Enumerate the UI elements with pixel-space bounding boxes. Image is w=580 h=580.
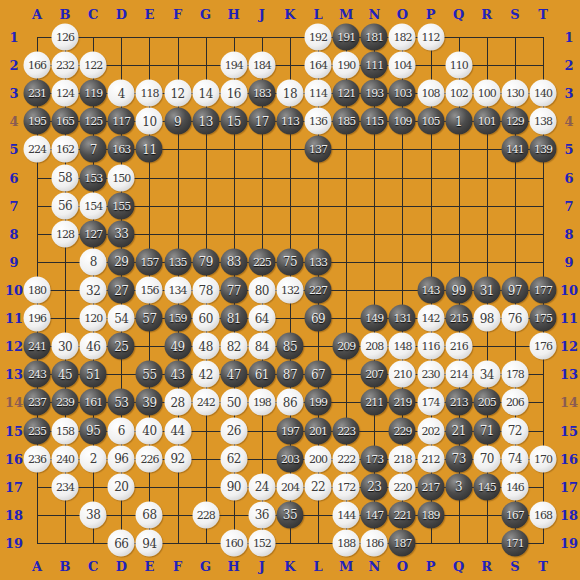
stone-move-number: 153 [84,172,102,183]
stone-move-number: 23 [367,481,381,493]
column-label-bottom-B: B [60,559,71,574]
stone-move-number: 218 [393,453,411,464]
stone-white-F10: 134 [164,277,191,304]
row-label-left-9: 9 [9,254,18,269]
stone-move-number: 86 [283,396,297,408]
stone-white-R11: 98 [473,305,500,332]
stone-move-number: 35 [283,509,297,521]
stone-black-N14: 211 [361,389,388,416]
stone-black-F13: 43 [164,361,191,388]
row-label-left-7: 7 [9,198,18,213]
stone-move-number: 110 [450,60,468,71]
stone-white-C12: 46 [80,333,107,360]
stone-move-number: 207 [365,369,383,380]
row-label-left-8: 8 [9,226,18,241]
stone-black-B4: 165 [52,108,79,135]
stone-white-P14: 174 [417,389,444,416]
column-label-top-L: L [314,7,323,22]
stone-move-number: 79 [199,256,213,268]
stone-black-D14: 53 [108,389,135,416]
stone-black-C14: 161 [80,389,107,416]
stone-move-number: 70 [480,453,494,465]
stone-move-number: 170 [534,453,552,464]
stone-white-D17: 20 [108,473,135,500]
stone-black-J13: 61 [248,361,275,388]
stone-move-number: 111 [365,60,383,71]
stone-black-L11: 69 [305,305,332,332]
stone-white-T16: 170 [530,445,557,472]
stone-black-Q4: 1 [445,108,472,135]
stone-white-D15: 6 [108,417,135,444]
stone-move-number: 102 [450,88,468,99]
stone-white-G11: 60 [192,305,219,332]
stone-black-C5: 7 [80,136,107,163]
row-label-right-13: 13 [560,367,578,382]
stone-move-number: 223 [337,425,355,436]
row-label-right-17: 17 [560,479,578,494]
column-label-top-N: N [368,7,380,22]
stone-move-number: 87 [283,368,297,380]
stone-white-R3: 100 [473,80,500,107]
stone-black-C8: 127 [80,220,107,247]
column-label-top-B: B [60,7,71,22]
stone-black-Q17: 3 [445,473,472,500]
stone-white-M18: 144 [333,501,360,528]
stone-move-number: 22 [311,481,325,493]
stone-white-G3: 14 [192,80,219,107]
stone-white-N19: 186 [361,530,388,557]
stone-black-P18: 189 [417,501,444,528]
stone-move-number: 85 [283,340,297,352]
stone-white-J18: 36 [248,501,275,528]
stone-move-number: 54 [114,312,128,324]
stone-move-number: 25 [114,340,128,352]
stone-move-number: 74 [508,453,522,465]
stone-white-R13: 34 [473,361,500,388]
stone-black-E9: 157 [136,248,163,275]
stone-black-E11: 57 [136,305,163,332]
stone-move-number: 92 [170,453,184,465]
stone-white-L17: 22 [305,473,332,500]
column-label-bottom-O: O [397,559,408,574]
stone-white-J17: 24 [248,473,275,500]
stone-move-number: 220 [393,481,411,492]
stone-move-number: 209 [337,341,355,352]
stone-move-number: 58 [58,172,72,184]
column-label-bottom-G: G [200,559,211,574]
column-label-bottom-H: H [228,559,240,574]
stone-white-O17: 220 [389,473,416,500]
row-label-right-19: 19 [560,536,578,551]
stone-move-number: 103 [393,88,411,99]
stone-black-N2: 111 [361,52,388,79]
stone-white-L16: 200 [305,445,332,472]
stone-black-Q15: 21 [445,417,472,444]
stone-move-number: 136 [309,116,327,127]
stone-move-number: 214 [450,369,468,380]
stone-white-Q2: 110 [445,52,472,79]
stone-black-K9: 75 [277,248,304,275]
row-label-left-1: 1 [9,30,18,45]
stone-black-P17: 217 [417,473,444,500]
stone-move-number: 154 [84,200,102,211]
row-label-right-16: 16 [560,451,578,466]
stone-white-H14: 50 [220,389,247,416]
stone-black-L13: 67 [305,361,332,388]
stone-black-S19: 171 [501,530,528,557]
stone-white-T18: 168 [530,501,557,528]
stone-white-Q3: 102 [445,80,472,107]
stone-white-F14: 28 [164,389,191,416]
stone-move-number: 235 [28,425,46,436]
stone-black-C3: 119 [80,80,107,107]
column-label-bottom-K: K [284,559,295,574]
stone-white-E15: 40 [136,417,163,444]
stone-white-P16: 212 [417,445,444,472]
column-label-top-P: P [426,7,436,22]
stone-move-number: 60 [199,312,213,324]
stone-white-G14: 242 [192,389,219,416]
stone-move-number: 30 [58,340,72,352]
row-label-left-14: 14 [5,395,23,410]
stone-move-number: 221 [393,509,411,520]
stone-white-O1: 182 [389,24,416,51]
stone-white-T4: 138 [530,108,557,135]
row-label-right-4: 4 [564,114,573,129]
stone-black-A14: 237 [24,389,51,416]
stone-move-number: 1 [455,115,462,127]
stone-move-number: 224 [28,144,46,155]
stone-move-number: 8 [90,256,97,268]
stone-white-B17: 234 [52,473,79,500]
stone-black-J4: 17 [248,108,275,135]
stone-move-number: 109 [393,116,411,127]
stone-black-C13: 51 [80,361,107,388]
row-label-right-18: 18 [560,507,578,522]
stone-black-N4: 115 [361,108,388,135]
stone-white-O12: 148 [389,333,416,360]
column-label-bottom-Q: Q [453,559,464,574]
stone-move-number: 108 [422,88,440,99]
stone-black-M1: 191 [333,24,360,51]
stone-move-number: 97 [508,284,522,296]
stone-move-number: 159 [169,313,187,324]
stone-move-number: 49 [170,340,184,352]
stone-white-J12: 84 [248,333,275,360]
stone-black-Q14: 213 [445,389,472,416]
stone-move-number: 206 [506,397,524,408]
stone-move-number: 184 [253,60,271,71]
stone-white-T12: 176 [530,333,557,360]
stone-move-number: 18 [283,87,297,99]
stone-move-number: 196 [28,313,46,324]
stone-black-E13: 55 [136,361,163,388]
stone-black-A4: 195 [24,108,51,135]
stone-move-number: 69 [311,312,325,324]
stone-move-number: 217 [422,481,440,492]
stone-white-J2: 184 [248,52,275,79]
stone-move-number: 94 [142,537,156,549]
stone-move-number: 15 [227,115,241,127]
stone-move-number: 199 [309,397,327,408]
stone-move-number: 132 [281,285,299,296]
stone-black-G4: 13 [192,108,219,135]
stone-move-number: 241 [28,341,46,352]
stone-black-K12: 85 [277,333,304,360]
stone-move-number: 80 [255,284,269,296]
stone-move-number: 57 [142,312,156,324]
stone-white-P1: 112 [417,24,444,51]
stone-white-M16: 222 [333,445,360,472]
stone-white-A5: 224 [24,136,51,163]
column-label-bottom-N: N [368,559,380,574]
row-label-right-10: 10 [560,283,578,298]
row-label-right-5: 5 [564,142,573,157]
stone-move-number: 100 [478,88,496,99]
stone-black-D9: 29 [108,248,135,275]
stone-move-number: 122 [84,60,102,71]
stone-white-D16: 96 [108,445,135,472]
stone-white-L3: 114 [305,80,332,107]
stone-black-O18: 221 [389,501,416,528]
row-label-right-3: 3 [564,86,573,101]
stone-white-M2: 190 [333,52,360,79]
stone-black-N13: 207 [361,361,388,388]
stone-black-A3: 231 [24,80,51,107]
stone-white-E4: 10 [136,108,163,135]
stone-move-number: 32 [86,284,100,296]
stone-black-H11: 81 [220,305,247,332]
stone-white-S15: 72 [501,417,528,444]
row-label-left-15: 15 [5,423,23,438]
stone-white-S13: 178 [501,361,528,388]
stone-white-Q13: 214 [445,361,472,388]
stone-white-B6: 58 [52,164,79,191]
stone-black-B13: 45 [52,361,79,388]
row-label-left-18: 18 [5,507,23,522]
stone-move-number: 226 [140,453,158,464]
stone-black-N11: 149 [361,305,388,332]
stone-move-number: 203 [281,453,299,464]
row-label-left-6: 6 [9,170,18,185]
stone-move-number: 202 [422,425,440,436]
stone-white-O16: 218 [389,445,416,472]
stone-white-S3: 130 [501,80,528,107]
stone-black-P4: 105 [417,108,444,135]
stone-move-number: 118 [140,88,158,99]
stone-move-number: 152 [253,538,271,549]
stone-move-number: 78 [199,284,213,296]
stone-move-number: 162 [56,144,74,155]
row-label-right-7: 7 [564,198,573,213]
stone-white-K17: 204 [277,473,304,500]
stone-white-J14: 198 [248,389,275,416]
stone-move-number: 117 [112,116,130,127]
stone-white-A2: 166 [24,52,51,79]
column-label-top-G: G [200,7,211,22]
stone-move-number: 116 [422,341,440,352]
stone-white-K14: 86 [277,389,304,416]
stone-move-number: 198 [253,397,271,408]
stone-move-number: 200 [309,453,327,464]
stone-black-R4: 101 [473,108,500,135]
stone-move-number: 125 [84,116,102,127]
stone-black-F4: 9 [164,108,191,135]
stone-move-number: 10 [142,115,156,127]
stone-move-number: 76 [508,312,522,324]
stone-move-number: 197 [281,425,299,436]
stone-move-number: 219 [393,397,411,408]
stone-move-number: 101 [478,116,496,127]
stone-move-number: 61 [255,368,269,380]
stone-move-number: 145 [478,481,496,492]
stone-move-number: 72 [508,425,522,437]
column-label-bottom-F: F [173,559,182,574]
stone-white-E10: 156 [136,277,163,304]
stone-white-B2: 232 [52,52,79,79]
stone-white-C10: 32 [80,277,107,304]
stone-white-B16: 240 [52,445,79,472]
stone-white-F15: 44 [164,417,191,444]
stone-move-number: 96 [114,453,128,465]
row-label-left-3: 3 [9,86,18,101]
stone-black-T5: 139 [530,136,557,163]
stone-move-number: 178 [506,369,524,380]
stone-move-number: 68 [142,509,156,521]
stone-move-number: 140 [534,88,552,99]
stone-move-number: 142 [422,313,440,324]
row-label-right-1: 1 [564,30,573,45]
stone-black-D8: 33 [108,220,135,247]
column-label-bottom-M: M [339,559,353,574]
stone-white-H2: 194 [220,52,247,79]
stone-move-number: 16 [227,87,241,99]
stone-move-number: 134 [169,285,187,296]
stone-move-number: 3 [455,481,462,493]
stone-move-number: 240 [56,453,74,464]
row-label-left-19: 19 [5,536,23,551]
row-label-right-2: 2 [564,58,573,73]
row-label-left-11: 11 [5,311,23,326]
stone-move-number: 208 [365,341,383,352]
stone-black-T10: 177 [530,277,557,304]
stone-move-number: 7 [90,143,97,155]
go-board[interactable]: AABBCCDDEEFFGGHHJJKKLLMMNNOOPPQQRRSSTT11… [0,0,580,580]
stone-black-R17: 145 [473,473,500,500]
stone-move-number: 139 [534,144,552,155]
stone-move-number: 191 [337,32,355,43]
stone-black-O11: 131 [389,305,416,332]
stone-white-C11: 120 [80,305,107,332]
stone-white-G10: 78 [192,277,219,304]
stone-white-T3: 140 [530,80,557,107]
row-label-right-15: 15 [560,423,578,438]
stone-move-number: 82 [227,340,241,352]
stone-move-number: 9 [174,115,181,127]
stone-move-number: 215 [450,313,468,324]
stone-black-P10: 143 [417,277,444,304]
stone-black-F12: 49 [164,333,191,360]
stone-move-number: 29 [114,256,128,268]
stone-move-number: 46 [86,340,100,352]
stone-move-number: 166 [28,60,46,71]
stone-move-number: 138 [534,116,552,127]
column-label-top-F: F [173,7,182,22]
stone-black-S4: 129 [501,108,528,135]
stone-black-L9: 133 [305,248,332,275]
stone-move-number: 36 [255,509,269,521]
stone-white-B7: 56 [52,192,79,219]
stone-black-N1: 181 [361,24,388,51]
stone-move-number: 164 [309,60,327,71]
stone-black-H9: 83 [220,248,247,275]
stone-move-number: 160 [225,538,243,549]
stone-move-number: 66 [114,537,128,549]
stone-white-O2: 104 [389,52,416,79]
stone-move-number: 147 [365,509,383,520]
stone-move-number: 51 [86,368,100,380]
stone-move-number: 113 [281,116,299,127]
stone-white-H15: 26 [220,417,247,444]
stone-move-number: 105 [422,116,440,127]
stone-white-G18: 228 [192,501,219,528]
column-label-top-D: D [116,7,127,22]
stone-move-number: 237 [28,397,46,408]
stone-move-number: 236 [28,453,46,464]
stone-move-number: 39 [142,396,156,408]
stone-black-D7: 155 [108,192,135,219]
stone-black-C15: 95 [80,417,107,444]
column-label-top-C: C [88,7,98,22]
stone-move-number: 225 [253,256,271,267]
row-label-left-2: 2 [9,58,18,73]
stone-black-N18: 147 [361,501,388,528]
stone-move-number: 67 [311,368,325,380]
stone-move-number: 34 [480,368,494,380]
stone-white-J10: 80 [248,277,275,304]
stone-move-number: 55 [142,368,156,380]
stone-black-E14: 39 [136,389,163,416]
stone-move-number: 126 [56,32,74,43]
stone-move-number: 2 [90,453,97,465]
stone-move-number: 190 [337,60,355,71]
stone-move-number: 98 [480,312,494,324]
stone-white-C16: 2 [80,445,107,472]
stone-white-F16: 92 [164,445,191,472]
stone-move-number: 43 [170,368,184,380]
stone-black-R10: 31 [473,277,500,304]
stone-move-number: 17 [255,115,269,127]
stone-move-number: 157 [140,256,158,267]
stone-white-P11: 142 [417,305,444,332]
stone-move-number: 20 [114,481,128,493]
stone-white-C9: 8 [80,248,107,275]
stone-move-number: 187 [393,538,411,549]
stone-move-number: 137 [309,144,327,155]
column-label-bottom-J: J [259,559,265,574]
stone-white-E16: 226 [136,445,163,472]
stone-move-number: 50 [227,396,241,408]
stone-white-L1: 192 [305,24,332,51]
stone-white-B5: 162 [52,136,79,163]
column-label-top-T: T [538,7,548,22]
stone-move-number: 185 [337,116,355,127]
stone-move-number: 195 [28,116,46,127]
stone-white-H3: 16 [220,80,247,107]
stone-black-C4: 125 [80,108,107,135]
stone-move-number: 27 [114,284,128,296]
stone-black-R14: 205 [473,389,500,416]
